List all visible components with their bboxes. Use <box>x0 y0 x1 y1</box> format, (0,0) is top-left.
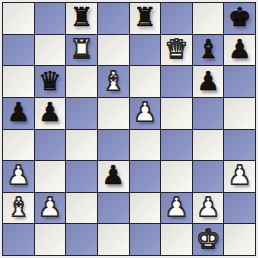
square-g4[interactable] <box>193 130 224 161</box>
square-d3[interactable]: ♟ <box>98 161 129 192</box>
square-d5[interactable] <box>98 98 129 129</box>
square-c4[interactable] <box>66 130 97 161</box>
square-g5[interactable] <box>193 98 224 129</box>
piece-white-pawn: ♟ <box>7 162 30 188</box>
square-e5[interactable]: ♟ <box>130 98 161 129</box>
square-d6[interactable]: ♝ <box>98 66 129 97</box>
square-b3[interactable] <box>35 161 66 192</box>
piece-white-pawn: ♟ <box>228 162 251 188</box>
piece-black-rook: ♜ <box>70 4 93 30</box>
square-d2[interactable] <box>98 193 129 224</box>
square-b1[interactable] <box>35 224 66 255</box>
square-d4[interactable] <box>98 130 129 161</box>
square-e6[interactable] <box>130 66 161 97</box>
square-h7[interactable]: ♟ <box>224 35 255 66</box>
square-g6[interactable]: ♟ <box>193 66 224 97</box>
piece-black-king: ♚ <box>228 4 251 30</box>
square-e1[interactable] <box>130 224 161 255</box>
square-e8[interactable]: ♜ <box>130 3 161 34</box>
square-d8[interactable] <box>98 3 129 34</box>
square-f8[interactable] <box>161 3 192 34</box>
square-f5[interactable] <box>161 98 192 129</box>
square-g3[interactable] <box>193 161 224 192</box>
piece-black-pawn: ♟ <box>7 99 30 125</box>
square-g8[interactable] <box>193 3 224 34</box>
square-g7[interactable]: ♝ <box>193 35 224 66</box>
piece-white-king: ♚ <box>196 226 219 252</box>
square-h6[interactable] <box>224 66 255 97</box>
square-h1[interactable] <box>224 224 255 255</box>
piece-white-pawn: ♟ <box>165 194 188 220</box>
square-g1[interactable]: ♚ <box>193 224 224 255</box>
square-c8[interactable]: ♜ <box>66 3 97 34</box>
chess-board: ♜♜♚♜♛♝♟♛♝♟♟♟♟♟♟♟♝♟♟♟♚ <box>2 2 256 256</box>
piece-black-bishop: ♝ <box>196 36 219 62</box>
board-frame: ♜♜♚♜♛♝♟♛♝♟♟♟♟♟♟♟♝♟♟♟♚ <box>0 0 258 258</box>
square-e2[interactable] <box>130 193 161 224</box>
piece-white-bishop: ♝ <box>102 68 125 94</box>
square-f6[interactable] <box>161 66 192 97</box>
piece-black-rook: ♜ <box>133 4 156 30</box>
piece-white-pawn: ♟ <box>38 194 61 220</box>
square-f3[interactable] <box>161 161 192 192</box>
square-b2[interactable]: ♟ <box>35 193 66 224</box>
square-f1[interactable] <box>161 224 192 255</box>
square-a4[interactable] <box>3 130 34 161</box>
square-h5[interactable] <box>224 98 255 129</box>
piece-white-pawn: ♟ <box>196 194 219 220</box>
square-f4[interactable] <box>161 130 192 161</box>
piece-black-pawn: ♟ <box>196 68 219 94</box>
square-b7[interactable] <box>35 35 66 66</box>
piece-white-bishop: ♝ <box>7 194 30 220</box>
square-b5[interactable]: ♟ <box>35 98 66 129</box>
square-c6[interactable] <box>66 66 97 97</box>
square-d1[interactable] <box>98 224 129 255</box>
square-a8[interactable] <box>3 3 34 34</box>
piece-black-pawn: ♟ <box>38 99 61 125</box>
square-a1[interactable] <box>3 224 34 255</box>
square-h4[interactable] <box>224 130 255 161</box>
square-h8[interactable]: ♚ <box>224 3 255 34</box>
piece-black-queen: ♛ <box>38 68 61 94</box>
square-e3[interactable] <box>130 161 161 192</box>
square-d7[interactable] <box>98 35 129 66</box>
piece-black-pawn: ♟ <box>228 36 251 62</box>
square-a2[interactable]: ♝ <box>3 193 34 224</box>
square-h2[interactable] <box>224 193 255 224</box>
piece-white-pawn: ♟ <box>133 99 156 125</box>
square-a5[interactable]: ♟ <box>3 98 34 129</box>
square-c7[interactable]: ♜ <box>66 35 97 66</box>
square-f7[interactable]: ♛ <box>161 35 192 66</box>
square-a7[interactable] <box>3 35 34 66</box>
square-c1[interactable] <box>66 224 97 255</box>
square-h3[interactable]: ♟ <box>224 161 255 192</box>
square-b4[interactable] <box>35 130 66 161</box>
square-e7[interactable] <box>130 35 161 66</box>
piece-white-rook: ♜ <box>70 36 93 62</box>
square-c3[interactable] <box>66 161 97 192</box>
piece-white-queen: ♛ <box>165 36 188 62</box>
square-c5[interactable] <box>66 98 97 129</box>
piece-black-pawn: ♟ <box>102 162 125 188</box>
square-a3[interactable]: ♟ <box>3 161 34 192</box>
square-b8[interactable] <box>35 3 66 34</box>
square-b6[interactable]: ♛ <box>35 66 66 97</box>
square-e4[interactable] <box>130 130 161 161</box>
square-c2[interactable] <box>66 193 97 224</box>
square-f2[interactable]: ♟ <box>161 193 192 224</box>
square-g2[interactable]: ♟ <box>193 193 224 224</box>
square-a6[interactable] <box>3 66 34 97</box>
